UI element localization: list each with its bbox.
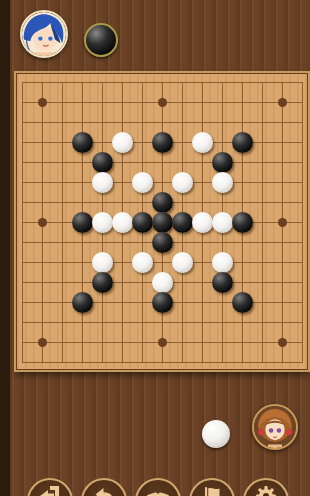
- exit-button[interactable]: [27, 478, 73, 496]
- undo-icon: [92, 484, 116, 496]
- orange-avatar-illustration: [254, 406, 296, 448]
- top-player-avatar: [20, 10, 68, 58]
- white-stone: ○: [112, 212, 133, 233]
- black-stone: ●: [152, 212, 173, 233]
- white-stone-glyph: ○: [202, 434, 203, 435]
- black-stone: ●: [212, 152, 233, 173]
- black-stone: ●: [92, 272, 113, 293]
- white-stone: ○: [132, 252, 153, 273]
- gear-settings-icon: [254, 484, 278, 496]
- black-stone: ●: [232, 132, 253, 153]
- exit-icon: [38, 484, 62, 496]
- black-stone: ●: [232, 212, 253, 233]
- black-stone: ●: [152, 292, 173, 313]
- white-stone: ○: [212, 252, 233, 273]
- white-stone: ○: [92, 172, 113, 193]
- undo-button[interactable]: [81, 478, 127, 496]
- white-stone: ○: [192, 212, 213, 233]
- black-stone: ●: [72, 292, 93, 313]
- white-stone: ○: [132, 172, 153, 193]
- white-stone: ○: [112, 132, 133, 153]
- white-stone: ○: [92, 252, 113, 273]
- white-stone: ○: [172, 172, 193, 193]
- black-stone: ●: [172, 212, 193, 233]
- resign-button[interactable]: [189, 478, 235, 496]
- white-stone: ○: [152, 272, 173, 293]
- black-stone: ●: [232, 292, 253, 313]
- white-stone: ○: [212, 212, 233, 233]
- gomoku-app-screen: ● ●○●○●●●○○○○●●○○●●●○○●●○○○○●○●●●● ○: [10, 0, 310, 496]
- draw-button[interactable]: [135, 478, 181, 496]
- white-stone: ○: [92, 212, 113, 233]
- black-turn-stone: ●: [84, 23, 118, 57]
- black-stone: ●: [72, 132, 93, 153]
- white-stone: ○: [192, 132, 213, 153]
- settings-button[interactable]: [243, 478, 289, 496]
- black-stone: ●: [152, 132, 173, 153]
- black-stone: ●: [72, 212, 93, 233]
- black-stone: ●: [212, 272, 233, 293]
- white-stone: ○: [172, 252, 193, 273]
- handshake-draw-icon: [146, 484, 170, 496]
- black-stone: ●: [152, 192, 173, 213]
- bottom-player-avatar: [252, 404, 298, 450]
- black-stone: ●: [132, 212, 153, 233]
- white-player-stone: ○: [202, 420, 230, 448]
- black-stone: ●: [92, 152, 113, 173]
- surrender-flag-icon: [200, 484, 224, 496]
- white-stone: ○: [212, 172, 233, 193]
- stone-layer: ●○●○●●●○○○○●●○○●●●○○●●○○○○●○●●●●: [12, 72, 310, 372]
- black-stone: ●: [152, 232, 173, 253]
- black-stone-glyph: ●: [86, 39, 87, 40]
- gomoku-board[interactable]: ●○●○●●●○○○○●●○○●●●○○●●○○○○●○●●●●: [16, 73, 308, 370]
- blue-avatar-illustration: [22, 12, 66, 56]
